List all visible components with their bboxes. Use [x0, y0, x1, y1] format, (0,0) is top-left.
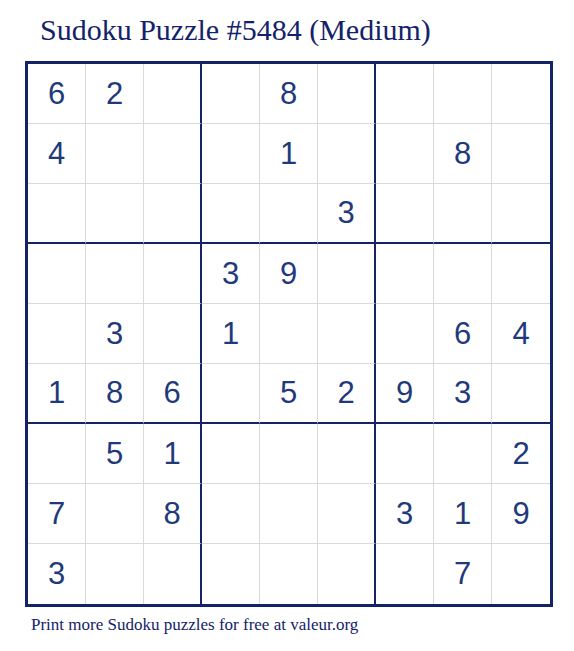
cell-r3c9[interactable]: [492, 184, 550, 244]
cell-r9c5[interactable]: [260, 544, 318, 604]
cell-r4c6[interactable]: [318, 244, 376, 304]
cell-r4c8[interactable]: [434, 244, 492, 304]
cell-r5c8: 6: [434, 304, 492, 364]
cell-r6c7: 9: [376, 364, 434, 424]
sudoku-grid: 628418339316418652935127831937: [25, 61, 553, 607]
cell-r8c8: 1: [434, 484, 492, 544]
page-title: Sudoku Puzzle #5484 (Medium): [40, 13, 431, 47]
cell-r9c8: 7: [434, 544, 492, 604]
cell-r5c7[interactable]: [376, 304, 434, 364]
cell-r3c2[interactable]: [86, 184, 144, 244]
cell-r1c7[interactable]: [376, 64, 434, 124]
cell-r7c1[interactable]: [28, 424, 86, 484]
cell-r7c5[interactable]: [260, 424, 318, 484]
cell-r7c7[interactable]: [376, 424, 434, 484]
cell-r7c8[interactable]: [434, 424, 492, 484]
cell-r6c8: 3: [434, 364, 492, 424]
cell-r4c1[interactable]: [28, 244, 86, 304]
cell-r5c5[interactable]: [260, 304, 318, 364]
cell-r7c9: 2: [492, 424, 550, 484]
cell-r8c9: 9: [492, 484, 550, 544]
cell-r7c4[interactable]: [202, 424, 260, 484]
cell-r9c3[interactable]: [144, 544, 202, 604]
cell-r7c2: 5: [86, 424, 144, 484]
cell-r3c8[interactable]: [434, 184, 492, 244]
cell-r4c9[interactable]: [492, 244, 550, 304]
cell-r3c7[interactable]: [376, 184, 434, 244]
cell-r2c7[interactable]: [376, 124, 434, 184]
sudoku-page: Sudoku Puzzle #5484 (Medium) 62841833931…: [0, 0, 574, 651]
footer-text: Print more Sudoku puzzles for free at va…: [31, 615, 358, 635]
cell-r4c4: 3: [202, 244, 260, 304]
cell-r9c4[interactable]: [202, 544, 260, 604]
cell-r4c7[interactable]: [376, 244, 434, 304]
cell-r9c9[interactable]: [492, 544, 550, 604]
cell-r8c3: 8: [144, 484, 202, 544]
cell-r1c2: 2: [86, 64, 144, 124]
cell-r8c5[interactable]: [260, 484, 318, 544]
cell-r5c9: 4: [492, 304, 550, 364]
cell-r3c6: 3: [318, 184, 376, 244]
cell-r9c7[interactable]: [376, 544, 434, 604]
cell-r4c5: 9: [260, 244, 318, 304]
cell-r4c3[interactable]: [144, 244, 202, 304]
cell-r5c2: 3: [86, 304, 144, 364]
cell-r3c1[interactable]: [28, 184, 86, 244]
cell-r9c6[interactable]: [318, 544, 376, 604]
cell-r3c3[interactable]: [144, 184, 202, 244]
cell-r6c9[interactable]: [492, 364, 550, 424]
cell-r4c2[interactable]: [86, 244, 144, 304]
cell-r1c5: 8: [260, 64, 318, 124]
cell-r5c4: 1: [202, 304, 260, 364]
cell-r2c3[interactable]: [144, 124, 202, 184]
cell-r1c1: 6: [28, 64, 86, 124]
cell-r2c6[interactable]: [318, 124, 376, 184]
cell-r7c3: 1: [144, 424, 202, 484]
cell-r1c9[interactable]: [492, 64, 550, 124]
cell-r5c3[interactable]: [144, 304, 202, 364]
cell-r8c7: 3: [376, 484, 434, 544]
cell-r2c1: 4: [28, 124, 86, 184]
cell-r2c5: 1: [260, 124, 318, 184]
cell-r5c1[interactable]: [28, 304, 86, 364]
cell-r6c2: 8: [86, 364, 144, 424]
cell-r2c2[interactable]: [86, 124, 144, 184]
cell-r7c6[interactable]: [318, 424, 376, 484]
cell-r1c8[interactable]: [434, 64, 492, 124]
cell-r8c4[interactable]: [202, 484, 260, 544]
cell-r6c4[interactable]: [202, 364, 260, 424]
cell-r2c4[interactable]: [202, 124, 260, 184]
cell-r8c1: 7: [28, 484, 86, 544]
cell-r5c6[interactable]: [318, 304, 376, 364]
cell-r9c1: 3: [28, 544, 86, 604]
cell-r6c5: 5: [260, 364, 318, 424]
cell-r2c8: 8: [434, 124, 492, 184]
cell-r9c2[interactable]: [86, 544, 144, 604]
cell-r1c3[interactable]: [144, 64, 202, 124]
cell-r1c6[interactable]: [318, 64, 376, 124]
cell-r6c3: 6: [144, 364, 202, 424]
cell-r3c4[interactable]: [202, 184, 260, 244]
cell-r8c2[interactable]: [86, 484, 144, 544]
cell-r6c1: 1: [28, 364, 86, 424]
cell-r8c6[interactable]: [318, 484, 376, 544]
cell-r1c4[interactable]: [202, 64, 260, 124]
cell-r3c5[interactable]: [260, 184, 318, 244]
cell-r2c9[interactable]: [492, 124, 550, 184]
cell-r6c6: 2: [318, 364, 376, 424]
